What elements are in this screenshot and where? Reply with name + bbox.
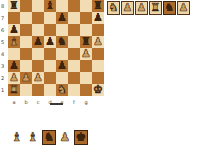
black-piece-p: ♟ xyxy=(33,36,43,48)
square-d1[interactable] xyxy=(44,84,56,96)
square-b8[interactable] xyxy=(20,0,32,12)
square-g4[interactable]: ♟ xyxy=(80,48,92,60)
square-a3[interactable]: ♟ xyxy=(8,60,20,72)
white-piece-n: ♞ xyxy=(57,84,67,96)
square-e5[interactable]: ♞ xyxy=(56,36,68,48)
square-c1[interactable] xyxy=(32,84,44,96)
square-a1[interactable]: ♜ xyxy=(8,84,20,96)
tray-bottom-tile-1[interactable]: ♝ xyxy=(10,130,24,145)
square-c7[interactable] xyxy=(32,12,44,24)
black-piece-n: ♞ xyxy=(165,2,175,14)
black-piece-r: ♜ xyxy=(81,36,91,48)
square-h2[interactable] xyxy=(92,72,104,84)
file-label-b: b xyxy=(20,99,32,106)
rank-label-5: 5 xyxy=(0,36,8,48)
square-a4[interactable] xyxy=(8,48,20,60)
square-g6[interactable] xyxy=(80,24,92,36)
black-piece-r: ♜ xyxy=(9,0,19,12)
square-b2[interactable]: ♟ xyxy=(20,72,32,84)
square-d2[interactable] xyxy=(44,72,56,84)
square-a6[interactable]: ♟ xyxy=(8,24,20,36)
square-e3[interactable]: ♟ xyxy=(56,60,68,72)
square-g5[interactable]: ♜ xyxy=(80,36,92,48)
white-piece-r: ♜ xyxy=(9,84,19,96)
square-g1[interactable] xyxy=(80,84,92,96)
square-f2[interactable] xyxy=(68,72,80,84)
square-b6[interactable] xyxy=(20,24,32,36)
square-a2[interactable]: ♟ xyxy=(8,72,20,84)
square-f3[interactable] xyxy=(68,60,80,72)
square-f1[interactable] xyxy=(68,84,80,96)
rank-labels: 87654321 xyxy=(0,0,8,96)
square-d8[interactable]: ♝ xyxy=(44,0,56,12)
tray-top-tile-5[interactable]: ♞ xyxy=(163,1,176,15)
square-d5[interactable]: ♟ xyxy=(44,36,56,48)
white-piece-k: ♚ xyxy=(93,84,103,96)
square-h3[interactable] xyxy=(92,60,104,72)
square-b5[interactable] xyxy=(20,36,32,48)
square-e1[interactable]: ♞ xyxy=(56,84,68,96)
square-e8[interactable] xyxy=(56,0,68,12)
black-piece-n: ♞ xyxy=(57,36,67,48)
square-b7[interactable] xyxy=(20,12,32,24)
black-piece-r: ♜ xyxy=(93,0,103,12)
black-piece-p: ♟ xyxy=(57,12,67,24)
square-g7[interactable] xyxy=(80,12,92,24)
rank-label-7: 7 xyxy=(0,12,8,24)
file-label-f: f xyxy=(68,99,80,106)
white-piece-p: ♟ xyxy=(21,72,31,84)
square-a5[interactable]: ♝ xyxy=(8,36,20,48)
captured-pieces-tray-top: ♞♟♟♜♞♟ xyxy=(107,1,190,15)
square-h8[interactable]: ♜ xyxy=(92,0,104,12)
white-piece-b: ♝ xyxy=(12,131,23,144)
file-label-g: g xyxy=(80,99,92,106)
square-h1[interactable]: ♚ xyxy=(92,84,104,96)
white-piece-p: ♟ xyxy=(9,72,19,84)
tray-top-tile-6[interactable]: ♟ xyxy=(177,1,190,15)
tray-top-tile-4[interactable]: ♜ xyxy=(149,1,162,15)
square-b1[interactable] xyxy=(20,84,32,96)
square-d4[interactable] xyxy=(44,48,56,60)
square-g3[interactable] xyxy=(80,60,92,72)
square-f7[interactable] xyxy=(68,12,80,24)
square-h6[interactable] xyxy=(92,24,104,36)
square-c8[interactable] xyxy=(32,0,44,12)
square-h7[interactable]: ♟ xyxy=(92,12,104,24)
square-a8[interactable]: ♜ xyxy=(8,0,20,12)
white-piece-p: ♟ xyxy=(81,48,91,60)
square-e2[interactable] xyxy=(56,72,68,84)
white-piece-b: ♝ xyxy=(28,131,39,144)
rank-label-2: 2 xyxy=(0,72,8,84)
square-g8[interactable] xyxy=(80,0,92,12)
white-piece-b: ♝ xyxy=(9,36,19,48)
rank-label-4: 4 xyxy=(0,48,8,60)
chess-board: ♜♝♜♟♟♟♝♟♟♞♜♟♟♟♟♟♟♟♜♞♚ xyxy=(8,0,104,96)
rank-label-1: 1 xyxy=(0,84,8,96)
square-a7[interactable] xyxy=(8,12,20,24)
file-label-c: c xyxy=(32,99,44,106)
square-h5[interactable]: ♟ xyxy=(92,36,104,48)
square-c6[interactable] xyxy=(32,24,44,36)
tray-bottom-tile-2[interactable]: ♝ xyxy=(26,130,40,145)
white-piece-p: ♟ xyxy=(93,36,103,48)
black-piece-p: ♟ xyxy=(57,60,67,72)
tray-top-tile-3[interactable]: ♟ xyxy=(135,1,148,15)
square-e6[interactable] xyxy=(56,24,68,36)
square-e7[interactable]: ♟ xyxy=(56,12,68,24)
black-piece-p: ♟ xyxy=(93,12,103,24)
white-piece-p: ♟ xyxy=(179,2,189,14)
square-d3[interactable] xyxy=(44,60,56,72)
rank-label-3: 3 xyxy=(0,60,8,72)
square-c4[interactable] xyxy=(32,48,44,60)
black-piece-p: ♟ xyxy=(9,60,19,72)
white-piece-p: ♟ xyxy=(33,72,43,84)
black-piece-b: ♝ xyxy=(45,0,55,12)
white-piece-r: ♜ xyxy=(151,2,161,14)
tray-top-tile-1[interactable]: ♞ xyxy=(107,1,120,15)
board-edge-mark xyxy=(50,103,63,105)
tray-bottom-tile-4[interactable]: ♟ xyxy=(58,130,72,145)
tray-bottom-tile-3[interactable]: ♞ xyxy=(42,130,56,145)
square-c2[interactable]: ♟ xyxy=(32,72,44,84)
captured-pieces-tray-bottom: ♝♝♞♟♚ xyxy=(10,130,88,145)
square-b3[interactable] xyxy=(20,60,32,72)
square-f8[interactable] xyxy=(68,0,80,12)
square-d6[interactable] xyxy=(44,24,56,36)
tray-bottom-tile-5[interactable]: ♚ xyxy=(74,130,88,145)
square-g2[interactable] xyxy=(80,72,92,84)
square-e4[interactable] xyxy=(56,48,68,60)
square-c3[interactable] xyxy=(32,60,44,72)
square-c5[interactable]: ♟ xyxy=(32,36,44,48)
tray-top-tile-2[interactable]: ♟ xyxy=(121,1,134,15)
black-piece-p: ♟ xyxy=(45,36,55,48)
rank-label-8: 8 xyxy=(0,0,8,12)
square-f5[interactable] xyxy=(68,36,80,48)
square-d7[interactable] xyxy=(44,12,56,24)
square-h4[interactable] xyxy=(92,48,104,60)
chess-app-canvas: 87654321 ♜♝♜♟♟♟♝♟♟♞♜♟♟♟♟♟♟♟♜♞♚ abcdefg ♞… xyxy=(0,0,200,150)
black-piece-p: ♟ xyxy=(9,24,19,36)
square-f4[interactable] xyxy=(68,48,80,60)
white-piece-n: ♞ xyxy=(109,2,119,14)
white-piece-p: ♟ xyxy=(60,131,71,144)
square-f6[interactable] xyxy=(68,24,80,36)
file-label-a: a xyxy=(8,99,20,106)
square-b4[interactable] xyxy=(20,48,32,60)
white-piece-p: ♟ xyxy=(137,2,147,14)
white-piece-p: ♟ xyxy=(123,2,133,14)
rank-label-6: 6 xyxy=(0,24,8,36)
black-piece-k: ♚ xyxy=(76,131,87,144)
black-piece-n: ♞ xyxy=(44,131,55,144)
